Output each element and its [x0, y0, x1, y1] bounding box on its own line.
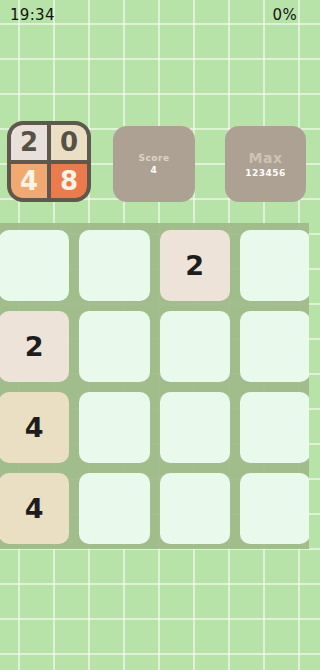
cell-r3c3 [240, 473, 309, 544]
logo-digit-2: 2 [11, 125, 47, 160]
game-board[interactable]: 2 2 4 4 [0, 223, 309, 549]
cell-r2c3 [240, 392, 309, 463]
cell-r0c1 [79, 230, 149, 301]
logo-digit-8: 8 [51, 164, 87, 199]
score-label: Score [138, 153, 169, 163]
cell-r3c2 [160, 473, 230, 544]
cell-r1c2 [160, 311, 230, 382]
cell-r0c2: 2 [160, 230, 230, 301]
logo-2048: 2 0 4 8 [7, 121, 91, 202]
cell-r1c3 [240, 311, 309, 382]
screen: { "game": "2048", "position": "..2./2...… [0, 0, 309, 670]
clock-time: 19:34 [10, 6, 55, 24]
cell-r0c0 [0, 230, 69, 301]
logo-digit-0: 0 [51, 125, 87, 160]
cell-r0c3 [240, 230, 309, 301]
cell-r3c0: 4 [0, 473, 69, 544]
max-label: Max [249, 150, 283, 166]
max-box: Max 123456 [225, 126, 306, 202]
cell-r2c1 [79, 392, 149, 463]
status-bar: 19:34 0% [10, 6, 297, 24]
cell-r1c0: 2 [0, 311, 69, 382]
score-value: 4 [151, 165, 158, 175]
cell-r3c1 [79, 473, 149, 544]
cell-r2c0: 4 [0, 392, 69, 463]
score-box: Score 4 [113, 126, 195, 202]
battery-percent: 0% [273, 6, 297, 24]
cell-r2c2 [160, 392, 230, 463]
cell-r1c1 [79, 311, 149, 382]
logo-digit-4: 4 [11, 164, 47, 199]
max-value: 123456 [245, 168, 286, 178]
